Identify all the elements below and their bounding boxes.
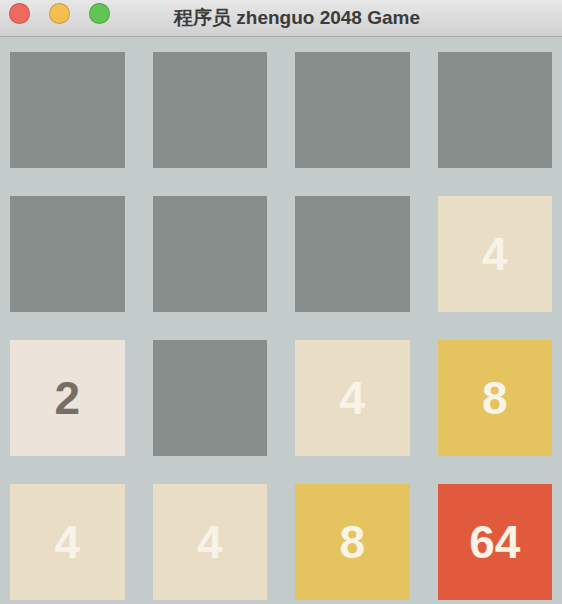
app-window: 程序员 zhenguo 2048 Game 4 2 4 8 4 4 8 64 <box>0 0 562 604</box>
tile-r2c3: 8 <box>438 340 553 456</box>
tile-r3c2: 8 <box>295 484 410 600</box>
tile-r3c1: 4 <box>153 484 268 600</box>
close-button[interactable] <box>9 3 30 24</box>
tile-r2c1 <box>153 340 268 456</box>
tile-r0c3 <box>438 52 553 168</box>
tile-r0c2 <box>295 52 410 168</box>
tile-r0c1 <box>153 52 268 168</box>
game-board[interactable]: 4 2 4 8 4 4 8 64 <box>0 37 562 604</box>
window-controls <box>9 3 110 24</box>
minimize-button[interactable] <box>49 3 70 24</box>
tile-r3c3: 64 <box>438 484 553 600</box>
window-title: 程序员 zhenguo 2048 Game <box>174 0 420 36</box>
tile-r1c2 <box>295 196 410 312</box>
tile-r2c2: 4 <box>295 340 410 456</box>
zoom-button[interactable] <box>89 3 110 24</box>
tile-r0c0 <box>10 52 125 168</box>
title-bar[interactable]: 程序员 zhenguo 2048 Game <box>0 0 562 37</box>
tile-r1c0 <box>10 196 125 312</box>
tile-r1c1 <box>153 196 268 312</box>
tile-r1c3: 4 <box>438 196 553 312</box>
tile-r3c0: 4 <box>10 484 125 600</box>
tile-r2c0: 2 <box>10 340 125 456</box>
